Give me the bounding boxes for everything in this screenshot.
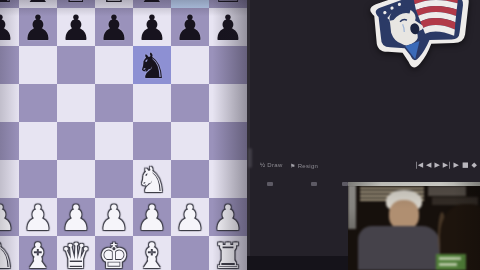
mini-icon[interactable] bbox=[311, 182, 317, 186]
white-bishop[interactable]: ♝ bbox=[133, 236, 171, 270]
white-pawn[interactable]: ♟ bbox=[19, 198, 57, 236]
draw-half-icon: ½ bbox=[260, 162, 265, 168]
square-e5[interactable] bbox=[95, 84, 133, 122]
white-pawn[interactable]: ♟ bbox=[0, 198, 19, 236]
square-d2[interactable]: ♟ bbox=[57, 198, 95, 236]
draw-button-label: Draw bbox=[267, 162, 282, 168]
panel-bottom-shade bbox=[247, 256, 348, 270]
square-d5[interactable] bbox=[57, 84, 95, 122]
black-pawn[interactable]: ♟ bbox=[133, 8, 171, 46]
forward-button[interactable]: ▶ bbox=[434, 161, 439, 170]
panel-edge-divider bbox=[247, 0, 250, 270]
game-controls-toolbar: ½ Draw ⚑ Resign |◀◀▶▶|▶■◆ bbox=[247, 158, 480, 174]
white-pawn[interactable]: ♟ bbox=[133, 198, 171, 236]
crying-patriot-flag-logo bbox=[359, 0, 479, 77]
square-d6[interactable] bbox=[57, 46, 95, 84]
stop-button[interactable]: ■ bbox=[462, 161, 469, 170]
square-d8[interactable]: ♛ bbox=[57, 0, 95, 8]
mini-icon[interactable] bbox=[267, 182, 273, 186]
square-f3[interactable]: ♞ bbox=[133, 160, 171, 198]
square-c2[interactable]: ♟ bbox=[19, 198, 57, 236]
square-h5[interactable] bbox=[209, 84, 247, 122]
black-bishop[interactable]: ♝ bbox=[19, 0, 57, 8]
white-pawn[interactable]: ♟ bbox=[171, 198, 209, 236]
resign-button[interactable]: ⚑ Resign bbox=[290, 162, 318, 169]
square-e8[interactable]: ♚ bbox=[95, 0, 133, 8]
square-h2[interactable]: ♟ bbox=[209, 198, 247, 236]
square-h6[interactable] bbox=[209, 46, 247, 84]
square-g2[interactable]: ♟ bbox=[171, 198, 209, 236]
square-g3[interactable] bbox=[171, 160, 209, 198]
square-b4[interactable] bbox=[0, 122, 19, 160]
square-h8[interactable]: ♜ bbox=[209, 0, 247, 8]
black-rook[interactable]: ♜ bbox=[209, 0, 247, 8]
square-f4[interactable] bbox=[133, 122, 171, 160]
resign-flag-icon: ⚑ bbox=[290, 162, 296, 169]
options-button[interactable]: ◆ bbox=[472, 161, 477, 170]
go-start-button[interactable]: |◀ bbox=[415, 161, 423, 170]
white-knight[interactable]: ♞ bbox=[133, 160, 171, 198]
square-c8[interactable]: ♝ bbox=[19, 0, 57, 8]
square-g8[interactable] bbox=[171, 0, 209, 8]
square-d3[interactable] bbox=[57, 160, 95, 198]
go-end-button[interactable]: ▶| bbox=[443, 161, 451, 170]
square-d7[interactable]: ♟ bbox=[57, 8, 95, 46]
square-h4[interactable] bbox=[209, 122, 247, 160]
square-c4[interactable] bbox=[19, 122, 57, 160]
white-pawn[interactable]: ♟ bbox=[95, 198, 133, 236]
square-b3[interactable] bbox=[0, 160, 19, 198]
square-f5[interactable] bbox=[133, 84, 171, 122]
white-queen[interactable]: ♛ bbox=[57, 236, 95, 270]
black-knight[interactable]: ♞ bbox=[133, 46, 171, 84]
square-b2[interactable]: ♟ bbox=[0, 198, 19, 236]
square-b8[interactable]: ♞ bbox=[0, 0, 19, 8]
black-knight[interactable]: ♞ bbox=[0, 0, 19, 8]
white-knight[interactable]: ♞ bbox=[0, 236, 19, 270]
square-g7[interactable]: ♟ bbox=[171, 8, 209, 46]
black-queen[interactable]: ♛ bbox=[57, 0, 95, 8]
black-pawn[interactable]: ♟ bbox=[209, 8, 247, 46]
square-e3[interactable] bbox=[95, 160, 133, 198]
square-e2[interactable]: ♟ bbox=[95, 198, 133, 236]
square-c5[interactable] bbox=[19, 84, 57, 122]
cursor-smudge bbox=[248, 148, 252, 168]
square-b1[interactable]: ♞ bbox=[0, 236, 19, 270]
video-shade bbox=[348, 182, 480, 270]
black-pawn[interactable]: ♟ bbox=[95, 8, 133, 46]
black-bishop[interactable]: ♝ bbox=[133, 0, 171, 8]
board-grid: ♜♞♝♛♚♝♜♟♟♟♟♟♟♟♟♞♞♟♟♟♟♟♟♟♟♜♞♝♛♚♝♜ bbox=[0, 0, 247, 270]
square-c3[interactable] bbox=[19, 160, 57, 198]
square-e7[interactable]: ♟ bbox=[95, 8, 133, 46]
square-e1[interactable]: ♚ bbox=[95, 236, 133, 270]
move-navigation: |◀◀▶▶|▶■◆ bbox=[415, 161, 477, 170]
black-pawn[interactable]: ♟ bbox=[0, 8, 19, 46]
draw-button[interactable]: ½ Draw bbox=[260, 162, 283, 168]
square-h1[interactable]: ♜ bbox=[209, 236, 247, 270]
black-pawn[interactable]: ♟ bbox=[57, 8, 95, 46]
white-pawn[interactable]: ♟ bbox=[209, 198, 247, 236]
square-e6[interactable] bbox=[95, 46, 133, 84]
webcam-video-feed bbox=[348, 182, 480, 270]
square-f7[interactable]: ♟ bbox=[133, 8, 171, 46]
square-g4[interactable] bbox=[171, 122, 209, 160]
square-d4[interactable] bbox=[57, 122, 95, 160]
square-e4[interactable] bbox=[95, 122, 133, 160]
square-g6[interactable] bbox=[171, 46, 209, 84]
square-d1[interactable]: ♛ bbox=[57, 236, 95, 270]
square-b6[interactable] bbox=[0, 46, 19, 84]
resign-button-label: Resign bbox=[298, 163, 318, 169]
square-b5[interactable] bbox=[0, 84, 19, 122]
chess-board[interactable]: ♜♞♝♛♚♝♜♟♟♟♟♟♟♟♟♞♞♟♟♟♟♟♟♟♟♜♞♝♛♚♝♜ bbox=[0, 0, 247, 270]
square-g5[interactable] bbox=[171, 84, 209, 122]
square-c7[interactable]: ♟ bbox=[19, 8, 57, 46]
black-king[interactable]: ♚ bbox=[95, 0, 133, 8]
white-king[interactable]: ♚ bbox=[95, 236, 133, 270]
secondary-toolbar bbox=[247, 181, 348, 189]
square-b7[interactable]: ♟ bbox=[0, 8, 19, 46]
square-f8[interactable]: ♝ bbox=[133, 0, 171, 8]
square-f1[interactable]: ♝ bbox=[133, 236, 171, 270]
square-h7[interactable]: ♟ bbox=[209, 8, 247, 46]
black-pawn[interactable]: ♟ bbox=[171, 8, 209, 46]
back-button[interactable]: ◀ bbox=[426, 161, 431, 170]
square-f6[interactable]: ♞ bbox=[133, 46, 171, 84]
white-rook[interactable]: ♜ bbox=[209, 236, 247, 270]
white-pawn[interactable]: ♟ bbox=[57, 198, 95, 236]
square-h3[interactable] bbox=[209, 160, 247, 198]
screenshot-stage: ♜♞♝♛♚♝♜♟♟♟♟♟♟♟♟♞♞♟♟♟♟♟♟♟♟♜♞♝♛♚♝♜ bbox=[0, 0, 480, 270]
play-button[interactable]: ▶ bbox=[454, 161, 459, 170]
square-g1[interactable] bbox=[171, 236, 209, 270]
square-c1[interactable]: ♝ bbox=[19, 236, 57, 270]
white-bishop[interactable]: ♝ bbox=[19, 236, 57, 270]
black-pawn[interactable]: ♟ bbox=[19, 8, 57, 46]
right-panel: ½ Draw ⚑ Resign |◀◀▶▶|▶■◆ bbox=[247, 0, 480, 270]
square-c6[interactable] bbox=[19, 46, 57, 84]
square-f2[interactable]: ♟ bbox=[133, 198, 171, 236]
